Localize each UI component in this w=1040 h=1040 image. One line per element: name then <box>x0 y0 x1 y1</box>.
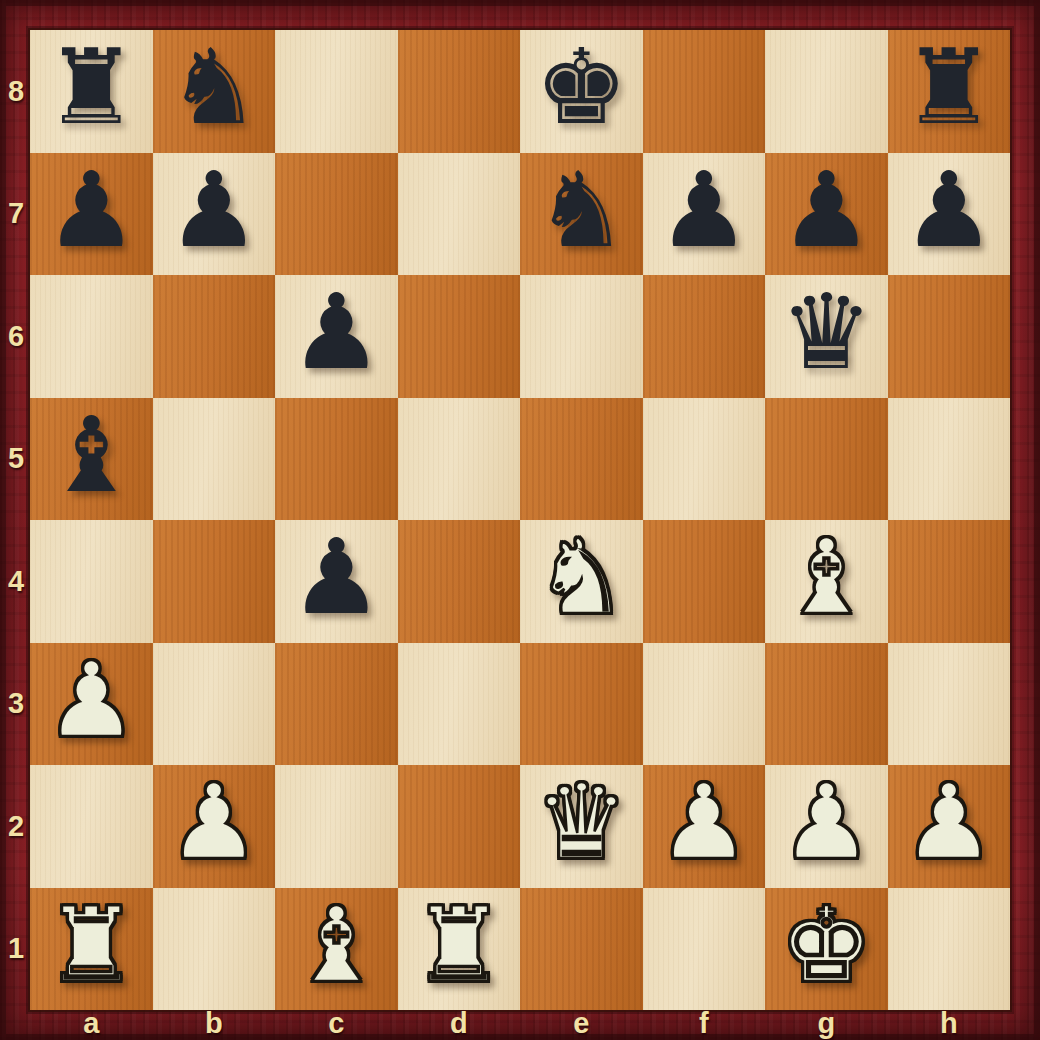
square-f2[interactable]: ♟ <box>643 765 766 888</box>
rank-label-8: 8 <box>0 30 30 153</box>
square-g7[interactable]: ♟ <box>765 153 888 276</box>
square-h2[interactable]: ♟ <box>888 765 1011 888</box>
square-f6[interactable] <box>643 275 766 398</box>
square-c4[interactable]: ♟ <box>275 520 398 643</box>
square-b5[interactable] <box>153 398 276 521</box>
square-c2[interactable] <box>275 765 398 888</box>
square-d7[interactable] <box>398 153 521 276</box>
square-g3[interactable] <box>765 643 888 766</box>
square-a3[interactable]: ♟ <box>30 643 153 766</box>
square-h3[interactable] <box>888 643 1011 766</box>
black-rook-a8[interactable]: ♜ <box>45 35 138 139</box>
rank-label-4: 4 <box>0 520 30 643</box>
square-b1[interactable] <box>153 888 276 1011</box>
square-h1[interactable] <box>888 888 1011 1011</box>
rank-label-3: 3 <box>0 643 30 766</box>
white-pawn-b2[interactable]: ♟ <box>167 770 260 874</box>
square-e2[interactable]: ♛ <box>520 765 643 888</box>
square-f1[interactable] <box>643 888 766 1011</box>
board-frame: 87654321 ♜♞♚♜♟♟♞♟♟♟♟♛♝♟♞♝♟♟♛♟♟♟♜♝♜♚ abcd… <box>0 0 1040 1040</box>
square-e4[interactable]: ♞ <box>520 520 643 643</box>
file-label-d: d <box>398 1006 521 1040</box>
black-rook-h8[interactable]: ♜ <box>902 35 995 139</box>
file-labels: abcdefgh <box>30 1006 1010 1040</box>
square-f4[interactable] <box>643 520 766 643</box>
square-g6[interactable]: ♛ <box>765 275 888 398</box>
square-d2[interactable] <box>398 765 521 888</box>
black-pawn-c6[interactable]: ♟ <box>290 280 383 384</box>
square-a4[interactable] <box>30 520 153 643</box>
white-pawn-f2[interactable]: ♟ <box>657 770 750 874</box>
square-d3[interactable] <box>398 643 521 766</box>
square-c5[interactable] <box>275 398 398 521</box>
square-f5[interactable] <box>643 398 766 521</box>
file-label-a: a <box>30 1006 153 1040</box>
white-king-g1[interactable]: ♚ <box>780 893 873 997</box>
square-d6[interactable] <box>398 275 521 398</box>
white-queen-e2[interactable]: ♛ <box>535 770 628 874</box>
square-e7[interactable]: ♞ <box>520 153 643 276</box>
black-bishop-a5[interactable]: ♝ <box>45 403 138 507</box>
board: ♜♞♚♜♟♟♞♟♟♟♟♛♝♟♞♝♟♟♛♟♟♟♜♝♜♚ <box>30 30 1010 1010</box>
black-knight-e7[interactable]: ♞ <box>535 158 628 262</box>
square-e1[interactable] <box>520 888 643 1011</box>
black-pawn-a7[interactable]: ♟ <box>45 158 138 262</box>
square-b6[interactable] <box>153 275 276 398</box>
square-a6[interactable] <box>30 275 153 398</box>
square-b2[interactable]: ♟ <box>153 765 276 888</box>
square-c7[interactable] <box>275 153 398 276</box>
black-pawn-g7[interactable]: ♟ <box>780 158 873 262</box>
square-a2[interactable] <box>30 765 153 888</box>
rank-label-7: 7 <box>0 153 30 276</box>
square-g2[interactable]: ♟ <box>765 765 888 888</box>
white-rook-d1[interactable]: ♜ <box>412 893 505 997</box>
square-b7[interactable]: ♟ <box>153 153 276 276</box>
file-label-f: f <box>643 1006 766 1040</box>
square-f8[interactable] <box>643 30 766 153</box>
black-queen-g6[interactable]: ♛ <box>780 280 873 384</box>
file-label-g: g <box>765 1006 888 1040</box>
square-e8[interactable]: ♚ <box>520 30 643 153</box>
square-b4[interactable] <box>153 520 276 643</box>
square-a8[interactable]: ♜ <box>30 30 153 153</box>
file-label-c: c <box>275 1006 398 1040</box>
square-c6[interactable]: ♟ <box>275 275 398 398</box>
square-a5[interactable]: ♝ <box>30 398 153 521</box>
square-b8[interactable]: ♞ <box>153 30 276 153</box>
file-label-h: h <box>888 1006 1011 1040</box>
white-pawn-h2[interactable]: ♟ <box>902 770 995 874</box>
black-pawn-h7[interactable]: ♟ <box>902 158 995 262</box>
white-knight-e4[interactable]: ♞ <box>535 525 628 629</box>
rank-label-1: 1 <box>0 888 30 1011</box>
black-king-e8[interactable]: ♚ <box>535 35 628 139</box>
rank-label-5: 5 <box>0 398 30 521</box>
white-bishop-c1[interactable]: ♝ <box>290 893 383 997</box>
rank-label-6: 6 <box>0 275 30 398</box>
square-d8[interactable] <box>398 30 521 153</box>
square-f3[interactable] <box>643 643 766 766</box>
black-pawn-c4[interactable]: ♟ <box>290 525 383 629</box>
rank-label-2: 2 <box>0 765 30 888</box>
square-d5[interactable] <box>398 398 521 521</box>
white-bishop-g4[interactable]: ♝ <box>780 525 873 629</box>
square-g5[interactable] <box>765 398 888 521</box>
square-c3[interactable] <box>275 643 398 766</box>
square-g4[interactable]: ♝ <box>765 520 888 643</box>
square-a1[interactable]: ♜ <box>30 888 153 1011</box>
square-h7[interactable]: ♟ <box>888 153 1011 276</box>
square-e3[interactable] <box>520 643 643 766</box>
square-h4[interactable] <box>888 520 1011 643</box>
file-label-e: e <box>520 1006 643 1040</box>
square-d4[interactable] <box>398 520 521 643</box>
black-knight-b8[interactable]: ♞ <box>167 35 260 139</box>
square-e5[interactable] <box>520 398 643 521</box>
square-g8[interactable] <box>765 30 888 153</box>
black-pawn-f7[interactable]: ♟ <box>657 158 750 262</box>
square-h5[interactable] <box>888 398 1011 521</box>
rank-labels: 87654321 <box>0 30 30 1010</box>
white-rook-a1[interactable]: ♜ <box>45 893 138 997</box>
white-pawn-g2[interactable]: ♟ <box>780 770 873 874</box>
square-b3[interactable] <box>153 643 276 766</box>
square-h6[interactable] <box>888 275 1011 398</box>
square-c8[interactable] <box>275 30 398 153</box>
square-e6[interactable] <box>520 275 643 398</box>
square-h8[interactable]: ♜ <box>888 30 1011 153</box>
white-pawn-a3[interactable]: ♟ <box>45 648 138 752</box>
square-c1[interactable]: ♝ <box>275 888 398 1011</box>
square-d1[interactable]: ♜ <box>398 888 521 1011</box>
square-f7[interactable]: ♟ <box>643 153 766 276</box>
file-label-b: b <box>153 1006 276 1040</box>
square-g1[interactable]: ♚ <box>765 888 888 1011</box>
square-a7[interactable]: ♟ <box>30 153 153 276</box>
black-pawn-b7[interactable]: ♟ <box>167 158 260 262</box>
